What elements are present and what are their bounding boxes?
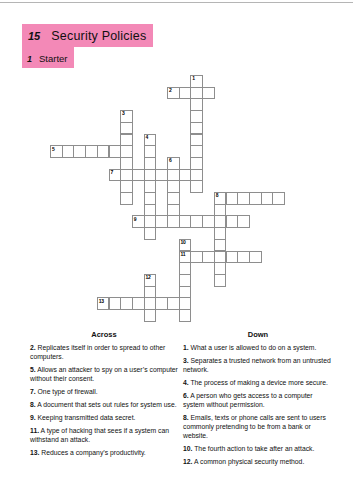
clue-item-number: 11.: [30, 427, 39, 434]
cell-clue-number: 11: [181, 252, 186, 257]
cell-clue-number: 13: [99, 299, 104, 304]
clue-item-text: One type of firewall.: [36, 388, 98, 395]
clue-item: 8. A document that sets out rules for sy…: [30, 401, 178, 410]
clue-item: 6. A person who gets access to a compute…: [183, 392, 333, 409]
clue-item-text: Emails, texts or phone calls are sent to…: [183, 414, 326, 438]
cell-clue-number: 6: [169, 158, 171, 163]
lesson-number: 15: [28, 30, 40, 42]
clue-item-text: What a user is allowed to do on a system…: [189, 344, 317, 351]
cell-clue-number: 7: [110, 170, 112, 175]
cell-clue-number: 12: [145, 275, 150, 280]
crossword-cell[interactable]: [120, 192, 133, 205]
clue-item-text: A document that sets out rules for syste…: [36, 401, 177, 408]
crossword-cell[interactable]: [144, 309, 157, 322]
clue-item: 5. Allows an attacker to spy on a user’s…: [30, 366, 178, 383]
crossword-cell[interactable]: [214, 274, 227, 287]
lesson-header: 15Security Policies: [22, 24, 153, 47]
clue-item: 11. A type of hacking that sees if a sys…: [30, 427, 178, 444]
crossword-cell[interactable]: [190, 180, 203, 193]
starter-label: Starter: [39, 53, 68, 64]
crossword-cell[interactable]: [249, 251, 262, 264]
cell-clue-number: 2: [169, 88, 171, 93]
clue-item: 2. Replicates itself in order to spread …: [30, 344, 178, 361]
clue-item-text: The fourth action to take after an attac…: [192, 445, 314, 452]
crossword-cell[interactable]: [144, 227, 157, 240]
clue-item: 4. The process of making a device more s…: [183, 379, 333, 388]
clue-item: 12. A common physical security method.: [183, 458, 333, 467]
across-header: Across: [30, 330, 178, 339]
starter-header: 1Starter: [22, 47, 74, 68]
clue-item-text: The process of making a device more secu…: [189, 379, 328, 386]
cell-clue-number: 5: [52, 147, 54, 152]
cell-clue-number: 10: [181, 240, 186, 245]
starter-number: 1: [27, 54, 32, 64]
clue-item-text: A common physical security method.: [192, 458, 304, 465]
clue-item: 9. Keeping transmitted data secret.: [30, 414, 178, 423]
clue-item: 3. Separates a trusted network from an u…: [183, 357, 333, 374]
clue-item-text: Allows an attacker to spy on a user’s co…: [30, 366, 178, 382]
cell-clue-number: 8: [216, 193, 218, 198]
clue-item-text: A person who gets access to a computer s…: [183, 392, 313, 408]
cell-clue-number: 3: [122, 111, 124, 116]
clue-item: 13. Reduces a company’s productivity.: [30, 449, 178, 458]
cell-clue-number: 9: [134, 217, 136, 222]
across-clues: Across 2. Replicates itself in order to …: [30, 330, 178, 462]
cell-clue-number: 4: [145, 135, 147, 140]
down-clue-list: 1. What a user is allowed to do on a sys…: [183, 344, 333, 467]
lesson-title: Security Policies: [51, 29, 146, 43]
crossword-cell[interactable]: [237, 215, 250, 228]
crossword-cell[interactable]: [202, 87, 215, 100]
clue-item: 10. The fourth action to take after an a…: [183, 445, 333, 454]
clue-item: 1. What a user is allowed to do on a sys…: [183, 344, 333, 353]
clue-item-text: A type of hacking that sees if a system …: [30, 427, 169, 443]
page-top-border: [0, 2, 353, 3]
down-header: Down: [183, 330, 333, 339]
clue-item: 8. Emails, texts or phone calls are sent…: [183, 414, 333, 440]
worksheet-page: { "page": { "lesson_number": "15", "titl…: [0, 0, 353, 500]
down-clues: Down 1. What a user is allowed to do on …: [183, 330, 333, 471]
clue-item: 7. One type of firewall.: [30, 388, 178, 397]
cell-clue-number: 1: [192, 76, 194, 81]
clue-item-text: Keeping transmitted data secret.: [36, 414, 136, 421]
clue-item-text: Separates a trusted network from an untr…: [183, 357, 331, 373]
crossword-cell[interactable]: [179, 309, 192, 322]
crossword-cell[interactable]: [272, 192, 285, 205]
clue-item-text: Replicates itself in order to spread to …: [30, 344, 165, 360]
across-clue-list: 2. Replicates itself in order to spread …: [30, 344, 178, 458]
clue-item-text: Reduces a company’s productivity.: [39, 449, 145, 456]
